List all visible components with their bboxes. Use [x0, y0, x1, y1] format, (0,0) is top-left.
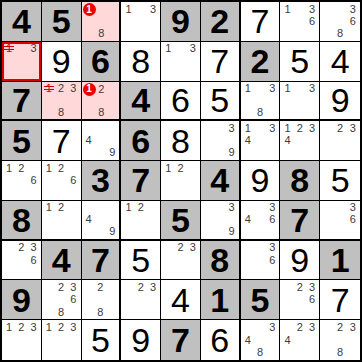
- candidate-2: 2: [334, 122, 347, 134]
- candidate-slot-empty: [55, 226, 67, 238]
- candidate-slot-empty: [174, 67, 186, 79]
- candidate-slot-empty: [135, 306, 147, 318]
- cell-r8c3[interactable]: 28: [82, 280, 122, 320]
- candidate-slot-empty: [28, 266, 40, 278]
- cell-r9c6[interactable]: 6: [201, 320, 241, 360]
- cell-r4c3[interactable]: 49: [82, 121, 122, 161]
- cell-r7c6[interactable]: 8: [201, 241, 241, 281]
- cell-r4c6[interactable]: 39: [201, 121, 241, 161]
- candidate-slot-empty: [122, 214, 134, 226]
- cell-r3c7[interactable]: 138: [241, 82, 281, 122]
- candidate-slot-empty: [135, 15, 147, 27]
- cell-r5c1[interactable]: 126: [2, 161, 42, 201]
- candidate-slot-empty: [242, 147, 254, 159]
- candidate-3: 3: [187, 43, 199, 55]
- candidate-8: 8: [96, 107, 107, 118]
- candidate-slot-empty: [122, 306, 134, 318]
- candidate-slot-empty: [306, 135, 318, 147]
- candidate-slot-empty: [67, 346, 79, 359]
- candidate-3: 3: [187, 242, 199, 254]
- candidate-slot-empty: [43, 294, 55, 306]
- candidate-slot-empty: [83, 16, 96, 28]
- candidate-3: 3: [28, 242, 40, 254]
- candidate-1: 1: [281, 122, 293, 134]
- solved-digit: 7: [52, 124, 71, 158]
- candidate-slot-empty: [294, 346, 306, 359]
- candidate-circled-1: 1: [83, 83, 96, 96]
- cell-r5c6[interactable]: 4: [201, 161, 241, 201]
- candidate-slot-empty: [162, 187, 174, 199]
- cell-r1c8[interactable]: 136: [280, 2, 320, 42]
- cell-r7c3[interactable]: 7: [82, 241, 122, 281]
- candidate-slot-empty: [306, 106, 318, 118]
- cell-r3c6[interactable]: 5: [201, 82, 241, 122]
- candidate-1: 1: [43, 202, 55, 214]
- candidate-slot-empty: [254, 242, 266, 254]
- candidate-slot-empty: [321, 135, 334, 147]
- candidate-4: 4: [242, 135, 254, 147]
- candidate-slot-empty: [321, 321, 334, 334]
- solved-digit: 5: [331, 163, 350, 197]
- candidate-slot-empty: [254, 266, 266, 278]
- cell-r7c1[interactable]: 236: [2, 241, 42, 281]
- candidate-eliminated-1: 1: [43, 83, 55, 95]
- solved-digit: 9: [290, 243, 309, 277]
- candidate-3: 3: [147, 281, 159, 293]
- candidate-slot-empty: [266, 334, 278, 347]
- candidate-slot-empty: [135, 294, 147, 306]
- candidate-slot-empty: [281, 321, 293, 334]
- candidate-slot-empty: [174, 254, 186, 266]
- candidate-slot-empty: [43, 306, 55, 318]
- cell-r5c5[interactable]: 12: [161, 161, 201, 201]
- candidate-slot-empty: [254, 147, 266, 159]
- given-digit: 7: [290, 203, 309, 237]
- cell-r9c7[interactable]: 348: [241, 320, 281, 360]
- given-digit: 5: [52, 4, 71, 38]
- solved-digit: 4: [171, 283, 190, 317]
- candidate-slot-empty: [254, 214, 266, 226]
- candidate-slot-empty: [94, 202, 106, 214]
- candidate-slot-empty: [147, 226, 159, 238]
- cell-r6c5[interactable]: 5: [161, 201, 201, 241]
- cell-r8c1[interactable]: 9: [2, 280, 42, 320]
- candidate-slot-empty: [67, 187, 79, 199]
- candidate-slot-empty: [28, 162, 40, 174]
- candidate-slot-empty: [281, 28, 293, 40]
- cell-r9c5[interactable]: 7: [161, 320, 201, 360]
- candidate-9: 9: [226, 226, 238, 238]
- candidate-slot-empty: [281, 94, 293, 106]
- candidate-slot-empty: [162, 67, 174, 79]
- given-digit: 7: [12, 83, 31, 117]
- candidate-slot-empty: [214, 214, 226, 226]
- candidate-slot-empty: [28, 346, 40, 359]
- cell-r7c7[interactable]: 36: [241, 241, 281, 281]
- cell-r3c9[interactable]: 9: [320, 82, 360, 122]
- cell-r2c6[interactable]: 7: [201, 42, 241, 82]
- candidate-slot-empty: [28, 55, 40, 67]
- cell-r7c2[interactable]: 4: [42, 241, 82, 281]
- cell-r2c3[interactable]: 6: [82, 42, 122, 82]
- cell-r3c3[interactable]: 128: [82, 82, 122, 122]
- candidate-1: 1: [3, 321, 15, 334]
- candidate-slot-empty: [43, 106, 55, 118]
- solved-digit: 9: [52, 44, 71, 78]
- candidate-slot-empty: [174, 43, 186, 55]
- candidate-slot-empty: [107, 28, 118, 40]
- candidate-6: 6: [28, 174, 40, 186]
- cell-r1c7[interactable]: 7: [241, 2, 281, 42]
- given-digit: 4: [131, 83, 150, 117]
- candidate-1: 1: [242, 122, 254, 134]
- candidate-slot-empty: [334, 214, 347, 226]
- cell-r5c4[interactable]: 7: [121, 161, 161, 201]
- cell-r9c3[interactable]: 5: [82, 320, 122, 360]
- candidate-slot-empty: [43, 346, 55, 359]
- cell-r2c1[interactable]: 13: [2, 42, 42, 82]
- candidate-6: 6: [266, 214, 278, 226]
- cell-r4c7[interactable]: 134: [241, 121, 281, 161]
- candidate-3: 3: [266, 83, 278, 95]
- candidate-slot-empty: [15, 174, 27, 186]
- cell-r2c2[interactable]: 9: [42, 42, 82, 82]
- candidate-slot-empty: [135, 214, 147, 226]
- candidate-slot-empty: [55, 187, 67, 199]
- candidate-slot-empty: [147, 306, 159, 318]
- candidate-slot-empty: [334, 202, 347, 214]
- candidate-slot-empty: [106, 122, 118, 134]
- candidate-slot-empty: [254, 83, 266, 95]
- candidate-slot-empty: [135, 28, 147, 40]
- cell-r6c2[interactable]: 12: [42, 201, 82, 241]
- candidate-slot-empty: [214, 202, 226, 214]
- candidate-3: 3: [346, 202, 359, 214]
- cell-r6c3[interactable]: 49: [82, 201, 122, 241]
- candidate-slot-empty: [187, 187, 199, 199]
- cell-r4c9[interactable]: 23: [320, 121, 360, 161]
- cell-r3c2[interactable]: 1238: [42, 82, 82, 122]
- solved-digit: 4: [331, 44, 350, 78]
- cell-r9c2[interactable]: 123: [42, 320, 82, 360]
- candidate-slot-empty: [122, 281, 134, 293]
- candidate-slot-empty: [174, 187, 186, 199]
- cell-r1c2[interactable]: 5: [42, 2, 82, 42]
- candidate-slot-empty: [294, 135, 306, 147]
- cell-r3c4[interactable]: 4: [121, 82, 161, 122]
- solved-digit: 8: [131, 44, 150, 78]
- candidate-1: 1: [43, 321, 55, 334]
- cell-r6c1[interactable]: 8: [2, 201, 42, 241]
- given-digit: 7: [91, 243, 110, 277]
- candidate-slot-empty: [162, 254, 174, 266]
- candidate-slot-empty: [334, 226, 347, 238]
- candidate-slot-empty: [174, 55, 186, 67]
- given-digit: 5: [171, 203, 190, 237]
- candidate-slot-empty: [83, 28, 96, 40]
- candidate-slot-empty: [147, 294, 159, 306]
- candidate-2: 2: [55, 281, 67, 293]
- cell-r2c7[interactable]: 2: [241, 42, 281, 82]
- candidate-slot-empty: [67, 202, 79, 214]
- candidate-slot-empty: [15, 55, 27, 67]
- candidate-slot-empty: [83, 107, 96, 118]
- candidate-slot-empty: [43, 226, 55, 238]
- cell-r1c5[interactable]: 9: [161, 2, 201, 42]
- candidate-slot-empty: [321, 28, 334, 40]
- solved-digit: 7: [251, 4, 270, 38]
- candidate-slot-empty: [226, 135, 238, 147]
- cell-r5c8[interactable]: 8: [280, 161, 320, 201]
- candidate-slot-empty: [122, 15, 134, 27]
- cell-r8c9[interactable]: 7: [320, 280, 360, 320]
- sudoku-app: 4518139271363681396813725471238128465138…: [0, 0, 362, 362]
- candidate-3: 3: [226, 202, 238, 214]
- candidate-2: 2: [15, 321, 27, 334]
- candidate-slot-empty: [242, 94, 254, 106]
- candidate-slot-empty: [94, 294, 106, 306]
- cell-r1c1[interactable]: 4: [2, 2, 42, 42]
- candidate-2: 2: [294, 321, 306, 334]
- candidate-slot-empty: [294, 15, 306, 27]
- cell-r8c8[interactable]: 236: [280, 280, 320, 320]
- candidate-3: 3: [306, 281, 318, 293]
- candidate-slot-empty: [346, 135, 359, 147]
- candidate-slot-empty: [187, 254, 199, 266]
- candidate-2: 2: [174, 162, 186, 174]
- candidate-slot-empty: [106, 135, 118, 147]
- candidate-slot-empty: [294, 306, 306, 318]
- solved-digit: 6: [171, 83, 190, 117]
- candidate-8: 8: [334, 346, 347, 359]
- cell-r4c1[interactable]: 5: [2, 121, 42, 161]
- candidate-slot-empty: [321, 202, 334, 214]
- candidate-slot-empty: [94, 226, 106, 238]
- given-digit: 1: [210, 283, 229, 317]
- given-digit: 7: [171, 323, 190, 357]
- solved-digit: 5: [210, 83, 229, 117]
- candidate-slot-empty: [294, 147, 306, 159]
- cell-r5c9[interactable]: 5: [320, 161, 360, 201]
- cell-r7c4[interactable]: 5: [121, 241, 161, 281]
- candidate-slot-empty: [28, 334, 40, 347]
- candidate-3: 3: [67, 281, 79, 293]
- candidate-slot-empty: [334, 3, 347, 15]
- candidate-1: 1: [162, 43, 174, 55]
- cell-r7c9[interactable]: 1: [320, 241, 360, 281]
- candidate-slot-empty: [3, 55, 15, 67]
- cell-r6c7[interactable]: 346: [241, 201, 281, 241]
- candidate-1: 1: [281, 83, 293, 95]
- candidate-slot-empty: [281, 346, 293, 359]
- candidate-slot-empty: [43, 187, 55, 199]
- cell-r2c5[interactable]: 13: [161, 42, 201, 82]
- candidate-slot-empty: [187, 162, 199, 174]
- candidate-slot-empty: [214, 122, 226, 134]
- cell-r9c4[interactable]: 9: [121, 320, 161, 360]
- candidate-slot-empty: [254, 334, 266, 347]
- cell-r9c9[interactable]: 238: [320, 320, 360, 360]
- candidate-8: 8: [55, 106, 67, 118]
- candidate-slot-empty: [346, 226, 359, 238]
- candidate-3: 3: [306, 3, 318, 15]
- candidate-slot-empty: [202, 202, 214, 214]
- candidate-slot-empty: [83, 147, 95, 159]
- candidate-8: 8: [55, 306, 67, 318]
- candidate-slot-empty: [147, 202, 159, 214]
- cell-r7c8[interactable]: 9: [280, 241, 320, 281]
- cell-r7c5[interactable]: 23: [161, 241, 201, 281]
- candidate-slot-empty: [83, 96, 96, 107]
- candidate-slot-empty: [214, 226, 226, 238]
- candidate-slot-empty: [266, 135, 278, 147]
- candidate-slot-empty: [43, 214, 55, 226]
- candidate-slot-empty: [67, 106, 79, 118]
- candidate-slot-empty: [3, 334, 15, 347]
- cell-r8c4[interactable]: 23: [121, 280, 161, 320]
- candidate-slot-empty: [67, 94, 79, 106]
- candidate-2: 2: [15, 162, 27, 174]
- given-digit: 2: [210, 4, 229, 38]
- cell-r6c4[interactable]: 12: [121, 201, 161, 241]
- cell-r5c2[interactable]: 126: [42, 161, 82, 201]
- candidate-slot-empty: [242, 226, 254, 238]
- cell-r2c4[interactable]: 8: [121, 42, 161, 82]
- candidate-1: 1: [122, 202, 134, 214]
- candidate-slot-empty: [346, 147, 359, 159]
- cell-r3c5[interactable]: 6: [161, 82, 201, 122]
- candidate-slot-empty: [294, 28, 306, 40]
- candidate-slot-empty: [107, 3, 118, 16]
- cell-r6c6[interactable]: 39: [201, 201, 241, 241]
- cell-r4c2[interactable]: 7: [42, 121, 82, 161]
- candidate-slot-empty: [3, 266, 15, 278]
- given-digit: 3: [91, 163, 110, 197]
- candidate-slot-empty: [106, 281, 118, 293]
- candidate-slot-empty: [83, 294, 95, 306]
- candidate-4: 4: [242, 334, 254, 347]
- candidate-2: 2: [294, 281, 306, 293]
- cell-r4c8[interactable]: 1234: [280, 121, 320, 161]
- candidate-4: 4: [281, 135, 293, 147]
- candidate-8: 8: [334, 28, 347, 40]
- cell-r5c3[interactable]: 3: [82, 161, 122, 201]
- candidate-2: 2: [55, 83, 67, 95]
- candidate-slot-empty: [15, 187, 27, 199]
- solved-digit: 7: [331, 283, 350, 317]
- cell-r2c9[interactable]: 4: [320, 42, 360, 82]
- solved-digit: 9: [331, 83, 350, 117]
- cell-r8c2[interactable]: 2368: [42, 280, 82, 320]
- candidate-3: 3: [306, 83, 318, 95]
- candidate-3: 3: [346, 321, 359, 334]
- candidate-4: 4: [242, 214, 254, 226]
- cell-r4c5[interactable]: 8: [161, 121, 201, 161]
- candidate-slot-empty: [15, 43, 27, 55]
- candidate-2: 2: [55, 162, 67, 174]
- candidate-eliminated-1: 1: [3, 43, 15, 55]
- candidate-2: 2: [174, 242, 186, 254]
- candidate-slot-empty: [55, 334, 67, 347]
- cell-r8c6[interactable]: 1: [201, 280, 241, 320]
- cell-r1c3[interactable]: 18: [82, 2, 122, 42]
- candidate-slot-empty: [281, 106, 293, 118]
- candidate-slot-empty: [214, 135, 226, 147]
- candidate-slot-empty: [55, 214, 67, 226]
- candidate-6: 6: [67, 294, 79, 306]
- cell-r1c6[interactable]: 2: [201, 2, 241, 42]
- cell-r6c8[interactable]: 7: [280, 201, 320, 241]
- candidate-slot-empty: [334, 334, 347, 347]
- candidate-slot-empty: [43, 334, 55, 347]
- candidate-slot-empty: [242, 254, 254, 266]
- candidate-6: 6: [266, 254, 278, 266]
- candidate-6: 6: [346, 15, 359, 27]
- candidate-slot-empty: [294, 83, 306, 95]
- cell-r5c7[interactable]: 9: [241, 161, 281, 201]
- candidate-3: 3: [266, 321, 278, 334]
- solved-digit: 9: [131, 323, 150, 357]
- candidate-4: 4: [83, 214, 95, 226]
- cell-r3c1[interactable]: 7: [2, 82, 42, 122]
- candidate-slot-empty: [106, 294, 118, 306]
- cell-r4c4[interactable]: 6: [121, 121, 161, 161]
- cell-r3c8[interactable]: 13: [280, 82, 320, 122]
- candidate-slot-empty: [306, 147, 318, 159]
- candidate-3: 3: [266, 202, 278, 214]
- candidate-slot-empty: [174, 174, 186, 186]
- given-digit: 1: [331, 243, 350, 277]
- candidate-8: 8: [254, 346, 266, 359]
- cell-r9c1[interactable]: 123: [2, 320, 42, 360]
- candidate-slot-empty: [281, 281, 293, 293]
- candidate-slot-empty: [3, 242, 15, 254]
- candidate-slot-empty: [122, 226, 134, 238]
- candidate-8: 8: [254, 106, 266, 118]
- candidate-slot-empty: [67, 214, 79, 226]
- candidate-slot-empty: [83, 281, 95, 293]
- cell-r8c5[interactable]: 4: [161, 280, 201, 320]
- candidate-slot-empty: [242, 202, 254, 214]
- candidate-1: 1: [162, 162, 174, 174]
- given-digit: 6: [91, 44, 110, 78]
- candidate-slot-empty: [94, 135, 106, 147]
- candidate-9: 9: [226, 147, 238, 159]
- cell-r9c8[interactable]: 234: [280, 320, 320, 360]
- candidate-slot-empty: [306, 28, 318, 40]
- candidate-slot-empty: [321, 15, 334, 27]
- cell-r6c9[interactable]: 36: [320, 201, 360, 241]
- candidate-slot-empty: [334, 15, 347, 27]
- candidate-slot-empty: [266, 106, 278, 118]
- candidate-slot-empty: [55, 346, 67, 359]
- cell-r2c8[interactable]: 5: [280, 42, 320, 82]
- cell-r1c4[interactable]: 13: [121, 2, 161, 42]
- given-digit: 9: [171, 4, 190, 38]
- candidate-slot-empty: [3, 174, 15, 186]
- candidate-6: 6: [67, 174, 79, 186]
- candidate-slot-empty: [107, 96, 118, 107]
- candidate-slot-empty: [306, 94, 318, 106]
- candidate-slot-empty: [147, 15, 159, 27]
- candidate-3: 3: [266, 242, 278, 254]
- candidate-slot-empty: [15, 266, 27, 278]
- cell-r8c7[interactable]: 5: [241, 280, 281, 320]
- candidate-slot-empty: [226, 214, 238, 226]
- candidate-6: 6: [306, 15, 318, 27]
- cell-r1c9[interactable]: 368: [320, 2, 360, 42]
- candidate-slot-empty: [43, 174, 55, 186]
